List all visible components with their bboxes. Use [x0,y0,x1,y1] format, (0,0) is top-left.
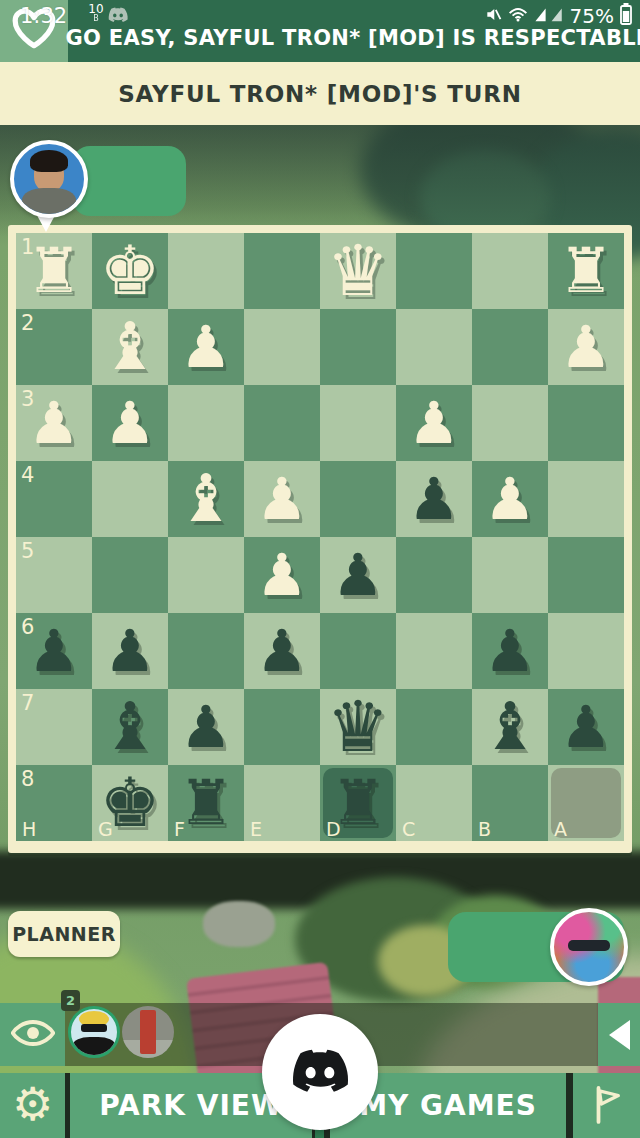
piece-black-pawn: ♟ [256,622,308,680]
avatar-hair [30,150,68,172]
square-h6[interactable]: 6♟ [16,613,92,689]
spectator-count-badge: 2 [61,990,80,1011]
square-b6[interactable]: ♟ [472,613,548,689]
square-d3[interactable] [320,385,396,461]
square-a4[interactable] [548,461,624,537]
square-g3[interactable]: ♟ [92,385,168,461]
rank-label: 6 [21,615,34,639]
square-g8[interactable]: G♚ [92,765,168,841]
piece-black-rook: ♜ [178,772,234,834]
rank-label: 1 [21,235,34,259]
square-g5[interactable] [92,537,168,613]
network-speed: 10 B [86,3,106,23]
square-b8[interactable]: B [472,765,548,841]
spectate-button[interactable] [0,1003,65,1066]
square-f6[interactable] [168,613,244,689]
planner-button[interactable]: PLANNER [8,911,120,957]
square-e8[interactable]: E [244,765,320,841]
piece-black-pawn: ♟ [408,470,460,528]
discord-notification-icon [108,7,128,26]
square-f4[interactable]: ♝ [168,461,244,537]
file-label: D [326,818,341,840]
rank-label: 3 [21,387,34,411]
square-c8[interactable]: C [396,765,472,841]
piece-black-bishop: ♝ [480,694,539,760]
square-a5[interactable] [548,537,624,613]
piece-white-pawn: ♟ [256,470,308,528]
piece-black-pawn: ♟ [180,698,232,756]
collapse-panel-button[interactable] [598,1003,640,1066]
piece-white-bishop: ♝ [176,466,235,532]
square-d1[interactable]: ♛ [320,233,396,309]
battery-percent: 75% [570,4,614,28]
avatar-sunglasses [81,1024,107,1032]
piece-black-pawn: ♟ [560,698,612,756]
file-label: G [98,818,113,840]
square-d6[interactable] [320,613,396,689]
square-c4[interactable]: ♟ [396,461,472,537]
piece-black-pawn: ♟ [484,622,536,680]
square-b5[interactable] [472,537,548,613]
square-h5[interactable]: 5 [16,537,92,613]
file-label: E [250,818,262,840]
square-h1[interactable]: 1♜ [16,233,92,309]
square-h8[interactable]: 8H [16,765,92,841]
square-d5[interactable]: ♟ [320,537,396,613]
rank-label: 2 [21,311,34,335]
piece-white-king: ♚ [100,237,161,305]
collapse-arrow-icon [609,1020,630,1050]
square-c6[interactable] [396,613,472,689]
discord-icon [291,1048,349,1096]
piece-white-pawn: ♟ [408,394,460,452]
settings-button[interactable]: ⚙ [0,1073,65,1138]
opponent-name-plate [72,146,186,216]
avatar-phone-booth [140,1010,156,1054]
player-avatar[interactable] [550,908,628,986]
resign-button[interactable] [573,1073,640,1138]
square-h2[interactable]: 2 [16,309,92,385]
piece-black-pawn: ♟ [332,546,384,604]
square-f5[interactable] [168,537,244,613]
piece-white-pawn: ♟ [180,318,232,376]
piece-black-queen: ♛ [327,692,390,762]
square-d8[interactable]: D♜ [320,765,396,841]
piece-white-rook: ♜ [26,240,82,302]
square-g1[interactable]: ♚ [92,233,168,309]
spectator-avatar-1[interactable] [68,1006,120,1058]
board-grid: 1♜♚♛♜2♝♟♟3♟♟♟4♝♟♟♟5♟♟6♟♟♟♟7♝♟♛♝♟8HG♚F♜ED… [16,233,624,841]
square-f8[interactable]: F♜ [168,765,244,841]
square-c5[interactable] [396,537,472,613]
spectator-avatar-2[interactable] [122,1006,174,1058]
square-a1[interactable]: ♜ [548,233,624,309]
square-c7[interactable] [396,689,472,765]
square-e3[interactable] [244,385,320,461]
square-d4[interactable] [320,461,396,537]
battery-icon [620,3,632,29]
square-a6[interactable] [548,613,624,689]
square-a2[interactable]: ♟ [548,309,624,385]
file-label: B [478,818,491,840]
flag-icon [590,1083,624,1129]
file-label: F [174,818,185,840]
gear-icon: ⚙ [12,1081,53,1127]
clock: 1:32 [20,4,67,28]
square-h3[interactable]: 3♟ [16,385,92,461]
piece-black-pawn: ♟ [28,622,80,680]
square-f2[interactable]: ♟ [168,309,244,385]
rank-label: 7 [21,691,34,715]
square-e6[interactable]: ♟ [244,613,320,689]
square-e5[interactable]: ♟ [244,537,320,613]
piece-white-bishop: ♝ [100,314,159,380]
piece-white-pawn: ♟ [256,546,308,604]
piece-white-pawn: ♟ [560,318,612,376]
square-g2[interactable]: ♝ [92,309,168,385]
rank-label: 8 [21,767,34,791]
square-h4[interactable]: 4 [16,461,92,537]
square-h7[interactable]: 7 [16,689,92,765]
shade-decor [0,851,640,909]
piece-white-rook: ♜ [558,240,614,302]
square-g4[interactable] [92,461,168,537]
square-b2[interactable] [472,309,548,385]
rank-label: 5 [21,539,34,563]
square-b7[interactable]: ♝ [472,689,548,765]
square-c1[interactable] [396,233,472,309]
square-g6[interactable]: ♟ [92,613,168,689]
rock-decor [203,901,275,947]
opponent-avatar[interactable] [10,140,88,218]
piece-black-bishop: ♝ [100,694,159,760]
piece-black-pawn: ♟ [104,622,156,680]
square-e1[interactable] [244,233,320,309]
square-f3[interactable] [168,385,244,461]
square-d2[interactable] [320,309,396,385]
square-b4[interactable]: ♟ [472,461,548,537]
square-b3[interactable] [472,385,548,461]
wifi-icon [508,6,528,26]
square-a3[interactable] [548,385,624,461]
signal-icon [534,6,564,27]
piece-white-pawn: ♟ [104,394,156,452]
square-g7[interactable]: ♝ [92,689,168,765]
discord-activity-button[interactable] [262,1014,378,1130]
square-f7[interactable]: ♟ [168,689,244,765]
chess-board: 1♜♚♛♜2♝♟♟3♟♟♟4♝♟♟♟5♟♟6♟♟♟♟7♝♟♛♝♟8HG♚F♜ED… [8,225,632,853]
turn-indicator: SAYFUL TRON* [MOD]'S TURN [0,62,640,125]
square-e7[interactable] [244,689,320,765]
square-e4[interactable]: ♟ [244,461,320,537]
status-bar: 1:32 10 B 75% [0,0,640,32]
piece-white-pawn: ♟ [484,470,536,528]
eye-icon [11,1019,55,1051]
piece-white-queen: ♛ [327,236,390,306]
square-b1[interactable] [472,233,548,309]
square-c3[interactable]: ♟ [396,385,472,461]
square-d7[interactable]: ♛ [320,689,396,765]
rank-label: 4 [21,463,34,487]
file-label: C [402,818,415,840]
file-label: A [554,818,567,840]
square-a7[interactable]: ♟ [548,689,624,765]
file-label: H [22,818,36,840]
piece-white-pawn: ♟ [28,394,80,452]
square-f1[interactable] [168,233,244,309]
avatar-sunglasses [568,940,610,951]
chess-in-the-park-screen: GO EASY, SAYFUL TRON* [MOD] IS RESPECTAB… [0,0,640,1138]
square-a8[interactable]: A [548,765,624,841]
mute-icon [485,6,502,27]
square-e2[interactable] [244,309,320,385]
square-c2[interactable] [396,309,472,385]
